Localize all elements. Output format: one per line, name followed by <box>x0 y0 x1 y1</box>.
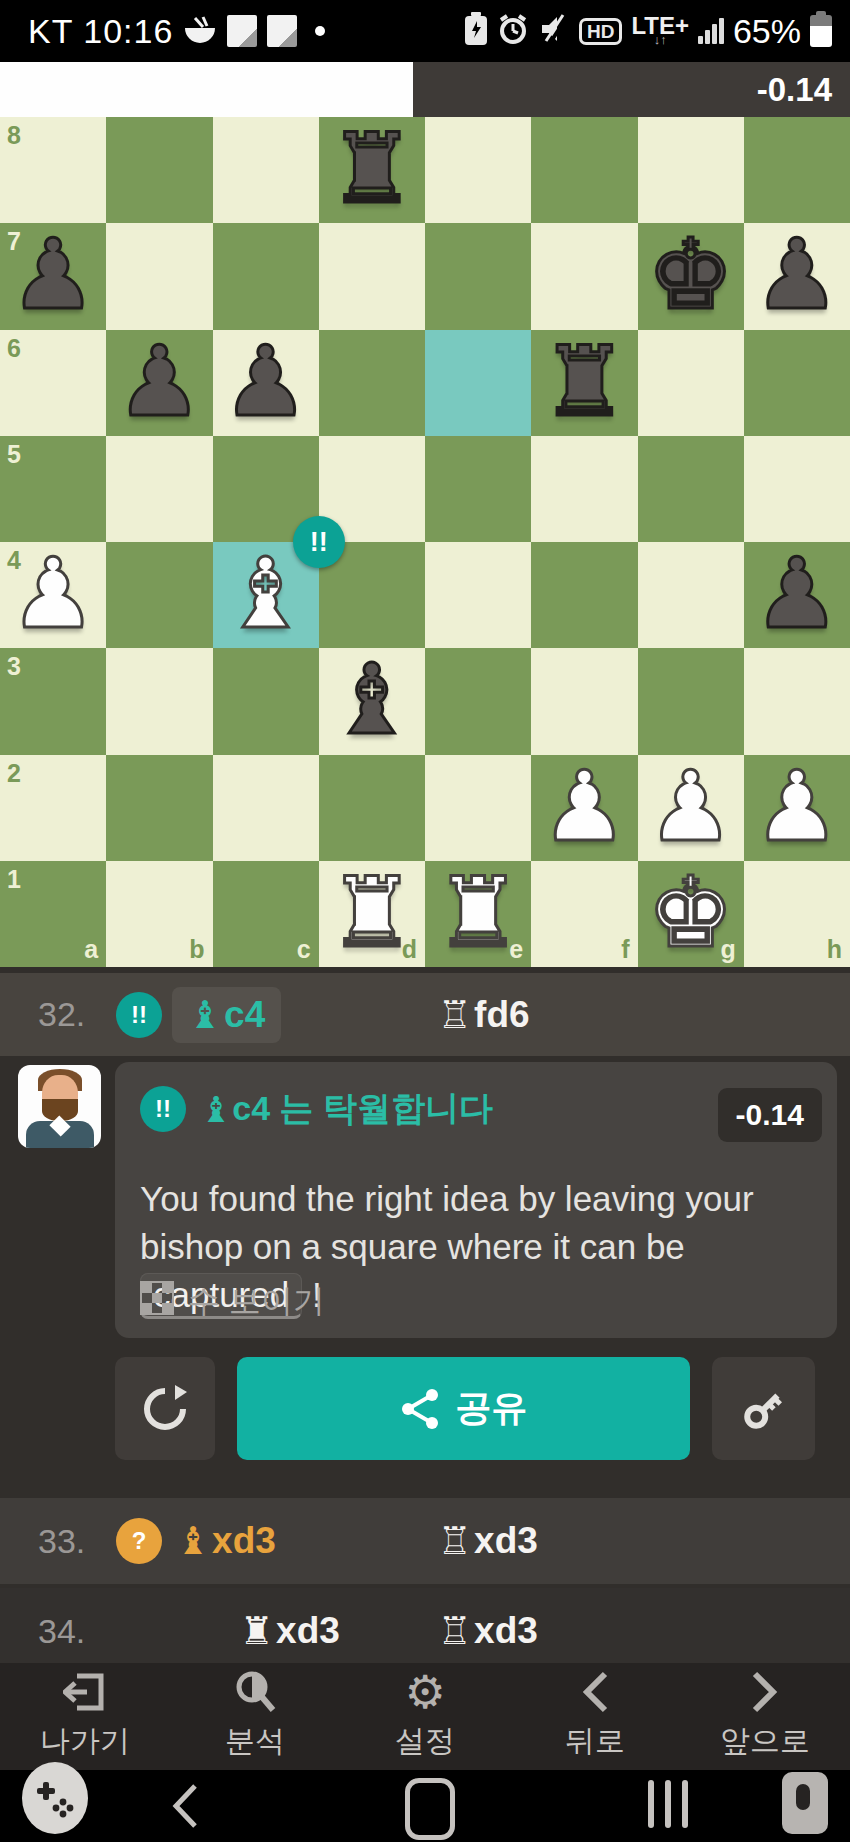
battery-percent-label: 65% <box>733 12 801 51</box>
rook-figurine-icon: ♜ <box>240 1609 274 1653</box>
file-label: b <box>189 935 204 964</box>
square-c7[interactable] <box>213 223 319 329</box>
square-h5[interactable] <box>744 436 850 542</box>
black-move-text: xd3 <box>474 1610 538 1652</box>
nav-item-settings[interactable]: ⚙ 설정 <box>340 1663 510 1770</box>
square-e6[interactable] <box>425 330 531 436</box>
exit-icon <box>63 1671 107 1713</box>
square-c2[interactable] <box>213 755 319 861</box>
brilliant-move-badge: !! <box>116 992 162 1038</box>
white-move-text: xd3 <box>212 1520 276 1562</box>
square-e1[interactable]: e♜ <box>425 861 531 967</box>
square-f2[interactable]: ♟ <box>531 755 637 861</box>
white-pawn[interactable]: ♟ <box>0 542 106 648</box>
android-back-button[interactable] <box>172 1782 198 1834</box>
square-f5[interactable] <box>531 436 637 542</box>
nav-label: 나가기 <box>40 1721 130 1762</box>
file-label: f <box>621 935 629 964</box>
mini-board-icon <box>140 1281 174 1323</box>
move-number: 32. <box>38 995 108 1034</box>
square-c3[interactable] <box>213 648 319 754</box>
black-pawn[interactable]: ♟ <box>744 542 850 648</box>
square-b7[interactable] <box>106 223 212 329</box>
gear-icon: ⚙ <box>404 1671 445 1713</box>
square-a7[interactable]: 7♟ <box>0 223 106 329</box>
move-number: 33. <box>38 1522 108 1561</box>
square-e3[interactable] <box>425 648 531 754</box>
move-list-row[interactable]: 32. !! ♝c4 ♖fd6 <box>0 973 850 1056</box>
white-pawn[interactable]: ♟ <box>531 755 637 861</box>
move-list-row[interactable]: 34. ♜xd3 ♖xd3 <box>0 1588 850 1674</box>
black-move[interactable]: ♖fd6 <box>438 993 530 1037</box>
signal-strength-icon <box>698 18 724 44</box>
square-h4[interactable]: ♟ <box>744 542 850 648</box>
bishop-figurine-icon: ♝ <box>200 1089 232 1130</box>
refresh-icon <box>139 1383 191 1435</box>
square-b1[interactable]: b <box>106 861 212 967</box>
square-a3[interactable]: 3 <box>0 648 106 754</box>
android-system-nav <box>0 1770 850 1842</box>
white-rook[interactable]: ♜ <box>319 861 425 967</box>
square-b8[interactable] <box>106 117 212 223</box>
nav-item-forward[interactable]: 앞으로 <box>680 1663 850 1770</box>
square-d7[interactable] <box>319 223 425 329</box>
white-move-text: c4 <box>224 994 265 1036</box>
square-g8[interactable] <box>638 117 744 223</box>
square-f3[interactable] <box>531 648 637 754</box>
rank-label: 6 <box>7 334 21 363</box>
square-f6[interactable]: ♜ <box>531 330 637 436</box>
square-a2[interactable]: 2 <box>0 755 106 861</box>
square-d8[interactable]: ♜ <box>319 117 425 223</box>
square-e7[interactable] <box>425 223 531 329</box>
square-e5[interactable] <box>425 436 531 542</box>
network-type-label: LTE+↓↑ <box>631 16 689 46</box>
square-a6[interactable]: 6 <box>0 330 106 436</box>
square-c1[interactable]: c <box>213 861 319 967</box>
square-b6[interactable]: ♟ <box>106 330 212 436</box>
black-rook[interactable]: ♜ <box>319 117 425 223</box>
rank-label: 2 <box>7 759 21 788</box>
square-g5[interactable] <box>638 436 744 542</box>
chevron-left-icon <box>581 1671 609 1713</box>
square-d6[interactable] <box>319 330 425 436</box>
memo-notification-icon <box>227 15 257 47</box>
square-h6[interactable] <box>744 330 850 436</box>
status-bar: KT 10:16 HD LTE+↓↑ 6 <box>0 0 850 62</box>
bowl-notification-icon <box>183 16 217 46</box>
rook-figurine-icon: ♖ <box>438 1519 472 1563</box>
status-right: HD LTE+↓↑ 65% <box>464 0 832 62</box>
battery-icon <box>810 15 832 47</box>
evaluation-bar-white-portion <box>0 62 413 117</box>
key-moment-button[interactable] <box>712 1357 815 1460</box>
square-c6[interactable]: ♟ <box>213 330 319 436</box>
file-label: c <box>297 935 311 964</box>
share-button[interactable]: 공유 <box>237 1357 690 1460</box>
mistake-move-badge: ? <box>116 1518 162 1564</box>
android-recents-button[interactable] <box>648 1780 688 1828</box>
bishop-figurine-icon: ♝ <box>176 1519 210 1563</box>
mute-icon <box>538 13 570 49</box>
key-icon <box>739 1384 789 1434</box>
square-a1[interactable]: 1a <box>0 861 106 967</box>
battery-saver-icon <box>464 12 488 50</box>
square-g3[interactable] <box>638 648 744 754</box>
chess-board[interactable]: 8♜7♟♚♟6♟♟♜54♟♝♟3♝2♟♟♟1abcd♜e♜fg♚h!! <box>0 117 850 967</box>
square-d2[interactable] <box>319 755 425 861</box>
analysis-screen: KT 10:16 HD LTE+↓↑ 6 <box>0 0 850 1842</box>
rank-label: 5 <box>7 440 21 469</box>
alarm-icon <box>497 13 529 49</box>
status-left: KT 10:16 <box>28 0 325 62</box>
black-bishop[interactable]: ♝ <box>319 648 425 754</box>
nav-label: 앞으로 <box>720 1721 810 1762</box>
black-pawn[interactable]: ♟ <box>213 330 319 436</box>
show-moves-button[interactable]: 수 보이기 <box>140 1280 325 1324</box>
coach-title: ♝c4 는 탁월합니다 <box>200 1086 493 1132</box>
carrier-time-label: KT 10:16 <box>28 12 173 51</box>
game-launcher-fab[interactable] <box>22 1762 88 1834</box>
retry-button[interactable] <box>115 1357 215 1460</box>
square-g6[interactable] <box>638 330 744 436</box>
square-g2[interactable]: ♟ <box>638 755 744 861</box>
square-b5[interactable] <box>106 436 212 542</box>
rank-label: 1 <box>7 865 21 894</box>
white-pawn[interactable]: ♟ <box>638 755 744 861</box>
share-icon <box>400 1387 440 1431</box>
coach-header: !! ♝c4 는 탁월합니다 <box>140 1086 493 1132</box>
touch-control-icon[interactable] <box>782 1772 828 1834</box>
move-list-row[interactable]: 33. ? ♝xd3 ♖xd3 <box>0 1498 850 1584</box>
square-h1[interactable]: h <box>744 861 850 967</box>
black-pawn[interactable]: ♟ <box>744 223 850 329</box>
square-f7[interactable] <box>531 223 637 329</box>
white-pawn[interactable]: ♟ <box>744 755 850 861</box>
brilliant-move-badge: !! <box>140 1086 186 1132</box>
square-b4[interactable] <box>106 542 212 648</box>
bottom-navigation: 나가기 분석 ⚙ 설정 뒤로 앞으로 <box>0 1663 850 1770</box>
white-move[interactable]: ♜xd3 <box>240 1609 340 1653</box>
black-rook[interactable]: ♜ <box>531 330 637 436</box>
square-h7[interactable]: ♟ <box>744 223 850 329</box>
black-pawn[interactable]: ♟ <box>106 330 212 436</box>
nav-item-exit[interactable]: 나가기 <box>0 1663 170 1770</box>
square-e8[interactable] <box>425 117 531 223</box>
square-h8[interactable] <box>744 117 850 223</box>
white-move-text: xd3 <box>276 1610 340 1652</box>
square-a5[interactable]: 5 <box>0 436 106 542</box>
black-move[interactable]: ♖xd3 <box>438 1609 538 1653</box>
nav-item-analysis[interactable]: 분석 <box>170 1663 340 1770</box>
square-g1[interactable]: g♚ <box>638 861 744 967</box>
hd-voice-icon: HD <box>579 18 622 45</box>
square-f4[interactable] <box>531 542 637 648</box>
rank-label: 8 <box>7 121 21 150</box>
chevron-right-icon <box>751 1671 779 1713</box>
share-label: 공유 <box>456 1384 528 1433</box>
square-f1[interactable]: f <box>531 861 637 967</box>
file-label: h <box>827 935 842 964</box>
file-label: a <box>84 935 98 964</box>
evaluation-value: -0.14 <box>757 71 832 109</box>
square-b3[interactable] <box>106 648 212 754</box>
memo-notification-icon <box>267 15 297 47</box>
black-move-text: fd6 <box>474 994 530 1036</box>
evaluation-bar: -0.14 <box>0 62 850 117</box>
nav-item-back[interactable]: 뒤로 <box>510 1663 680 1770</box>
rank-label: 3 <box>7 652 21 681</box>
rook-figurine-icon: ♖ <box>438 993 472 1037</box>
android-home-button[interactable] <box>405 1778 455 1840</box>
coach-comment-card: !! ♝c4 는 탁월합니다 -0.14 You found the right… <box>115 1062 837 1338</box>
white-move[interactable]: ♝xd3 <box>176 1519 276 1563</box>
nav-label: 분석 <box>225 1721 285 1762</box>
white-king[interactable]: ♚ <box>638 861 744 967</box>
nav-label: 설정 <box>395 1721 455 1762</box>
analysis-magnifier-icon <box>233 1671 277 1713</box>
square-e2[interactable] <box>425 755 531 861</box>
square-b2[interactable] <box>106 755 212 861</box>
brilliant-move-badge: !! <box>293 516 345 568</box>
black-king[interactable]: ♚ <box>638 223 744 329</box>
square-h3[interactable] <box>744 648 850 754</box>
square-a4[interactable]: 4♟ <box>0 542 106 648</box>
coach-avatar[interactable] <box>18 1065 101 1148</box>
more-notifications-dot-icon <box>315 26 325 36</box>
square-c8[interactable] <box>213 117 319 223</box>
black-pawn[interactable]: ♟ <box>0 223 106 329</box>
square-d1[interactable]: d♜ <box>319 861 425 967</box>
white-rook[interactable]: ♜ <box>425 861 531 967</box>
square-h2[interactable]: ♟ <box>744 755 850 861</box>
black-move-text: xd3 <box>474 1520 538 1562</box>
rook-figurine-icon: ♖ <box>438 1609 472 1653</box>
selected-move-chip[interactable]: ♝c4 <box>172 987 281 1043</box>
nav-label: 뒤로 <box>565 1721 625 1762</box>
square-a8[interactable]: 8 <box>0 117 106 223</box>
square-f8[interactable] <box>531 117 637 223</box>
evaluation-badge: -0.14 <box>718 1088 822 1142</box>
square-d3[interactable]: ♝ <box>319 648 425 754</box>
bishop-figurine-icon: ♝ <box>188 993 222 1037</box>
square-e4[interactable] <box>425 542 531 648</box>
move-number: 34. <box>38 1612 108 1651</box>
square-g4[interactable] <box>638 542 744 648</box>
gamepad-icon <box>35 1778 75 1818</box>
black-move[interactable]: ♖xd3 <box>438 1519 538 1563</box>
square-g7[interactable]: ♚ <box>638 223 744 329</box>
